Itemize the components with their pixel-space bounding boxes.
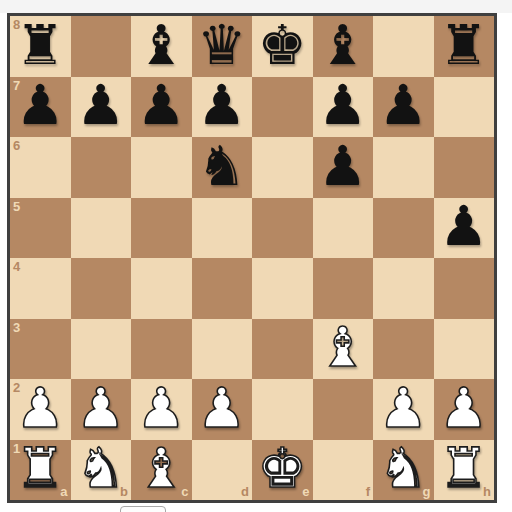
square-e3[interactable] <box>252 319 313 380</box>
square-a4[interactable]: 4 <box>10 258 71 319</box>
square-e1[interactable]: e♚ <box>252 440 313 501</box>
square-d2[interactable]: ♟ <box>192 379 253 440</box>
square-c5[interactable] <box>131 198 192 259</box>
piece-white-pawn-h2[interactable]: ♟ <box>439 381 488 436</box>
square-a1[interactable]: 1a♜ <box>10 440 71 501</box>
square-b5[interactable] <box>71 198 132 259</box>
square-b6[interactable] <box>71 137 132 198</box>
piece-black-rook-a8[interactable]: ♜ <box>16 18 65 73</box>
square-g1[interactable]: g♞ <box>373 440 434 501</box>
chess-board: 8♜♝♛♚♝♜7♟♟♟♟♟♟6♞♟5♟43♝2♟♟♟♟♟♟1a♜b♞c♝de♚f… <box>10 16 494 500</box>
square-b7[interactable]: ♟ <box>71 77 132 138</box>
piece-white-pawn-a2[interactable]: ♟ <box>16 381 65 436</box>
top-margin-strip <box>0 0 512 13</box>
square-b4[interactable] <box>71 258 132 319</box>
square-g3[interactable] <box>373 319 434 380</box>
square-f2[interactable] <box>313 379 374 440</box>
file-label-d: d <box>241 485 249 498</box>
square-d5[interactable] <box>192 198 253 259</box>
square-g4[interactable] <box>373 258 434 319</box>
piece-white-pawn-b2[interactable]: ♟ <box>76 381 125 436</box>
piece-black-pawn-f6[interactable]: ♟ <box>318 139 367 194</box>
rank-label-3: 3 <box>13 321 20 334</box>
square-h5[interactable]: ♟ <box>434 198 495 259</box>
square-b3[interactable] <box>71 319 132 380</box>
square-d1[interactable]: d <box>192 440 253 501</box>
square-e4[interactable] <box>252 258 313 319</box>
square-c2[interactable]: ♟ <box>131 379 192 440</box>
square-g7[interactable]: ♟ <box>373 77 434 138</box>
piece-white-bishop-c1[interactable]: ♝ <box>137 441 186 496</box>
rank-label-5: 5 <box>13 200 20 213</box>
square-g6[interactable] <box>373 137 434 198</box>
piece-black-bishop-c8[interactable]: ♝ <box>137 18 186 73</box>
square-e6[interactable] <box>252 137 313 198</box>
file-label-f: f <box>366 485 370 498</box>
square-b2[interactable]: ♟ <box>71 379 132 440</box>
square-a7[interactable]: 7♟ <box>10 77 71 138</box>
chess-board-frame: 8♜♝♛♚♝♜7♟♟♟♟♟♟6♞♟5♟43♝2♟♟♟♟♟♟1a♜b♞c♝de♚f… <box>7 13 497 503</box>
square-h4[interactable] <box>434 258 495 319</box>
square-d4[interactable] <box>192 258 253 319</box>
square-h2[interactable]: ♟ <box>434 379 495 440</box>
square-f4[interactable] <box>313 258 374 319</box>
piece-black-pawn-c7[interactable]: ♟ <box>137 78 186 133</box>
square-c6[interactable] <box>131 137 192 198</box>
square-a6[interactable]: 6 <box>10 137 71 198</box>
piece-white-rook-a1[interactable]: ♜ <box>16 441 65 496</box>
piece-white-knight-b1[interactable]: ♞ <box>76 441 125 496</box>
piece-white-bishop-f3[interactable]: ♝ <box>318 320 367 375</box>
square-e7[interactable] <box>252 77 313 138</box>
square-e5[interactable] <box>252 198 313 259</box>
square-d6[interactable]: ♞ <box>192 137 253 198</box>
square-c4[interactable] <box>131 258 192 319</box>
square-b1[interactable]: b♞ <box>71 440 132 501</box>
piece-white-king-e1[interactable]: ♚ <box>258 441 307 496</box>
piece-black-pawn-d7[interactable]: ♟ <box>197 78 246 133</box>
square-h3[interactable] <box>434 319 495 380</box>
square-a5[interactable]: 5 <box>10 198 71 259</box>
square-g8[interactable] <box>373 16 434 77</box>
square-f3[interactable]: ♝ <box>313 319 374 380</box>
square-d3[interactable] <box>192 319 253 380</box>
piece-black-king-e8[interactable]: ♚ <box>258 18 307 73</box>
square-c3[interactable] <box>131 319 192 380</box>
piece-black-pawn-g7[interactable]: ♟ <box>379 78 428 133</box>
piece-black-pawn-a7[interactable]: ♟ <box>16 78 65 133</box>
square-d8[interactable]: ♛ <box>192 16 253 77</box>
piece-black-bishop-f8[interactable]: ♝ <box>318 18 367 73</box>
square-g2[interactable]: ♟ <box>373 379 434 440</box>
piece-white-pawn-c2[interactable]: ♟ <box>137 381 186 436</box>
square-g5[interactable] <box>373 198 434 259</box>
piece-white-pawn-g2[interactable]: ♟ <box>379 381 428 436</box>
cutoff-button-below-board[interactable] <box>120 506 166 512</box>
square-a3[interactable]: 3 <box>10 319 71 380</box>
piece-white-rook-h1[interactable]: ♜ <box>439 441 488 496</box>
rank-label-6: 6 <box>13 139 20 152</box>
piece-black-pawn-h5[interactable]: ♟ <box>439 199 488 254</box>
piece-white-pawn-d2[interactable]: ♟ <box>197 381 246 436</box>
square-d7[interactable]: ♟ <box>192 77 253 138</box>
square-e2[interactable] <box>252 379 313 440</box>
square-c8[interactable]: ♝ <box>131 16 192 77</box>
piece-black-knight-d6[interactable]: ♞ <box>197 139 246 194</box>
square-h7[interactable] <box>434 77 495 138</box>
square-a2[interactable]: 2♟ <box>10 379 71 440</box>
square-a8[interactable]: 8♜ <box>10 16 71 77</box>
piece-black-rook-h8[interactable]: ♜ <box>439 18 488 73</box>
square-h8[interactable]: ♜ <box>434 16 495 77</box>
square-e8[interactable]: ♚ <box>252 16 313 77</box>
square-h1[interactable]: h♜ <box>434 440 495 501</box>
square-f7[interactable]: ♟ <box>313 77 374 138</box>
piece-black-pawn-b7[interactable]: ♟ <box>76 78 125 133</box>
square-c1[interactable]: c♝ <box>131 440 192 501</box>
square-f6[interactable]: ♟ <box>313 137 374 198</box>
piece-black-queen-d8[interactable]: ♛ <box>197 18 246 73</box>
rank-label-4: 4 <box>13 260 20 273</box>
square-c7[interactable]: ♟ <box>131 77 192 138</box>
square-f5[interactable] <box>313 198 374 259</box>
piece-white-knight-g1[interactable]: ♞ <box>379 441 428 496</box>
square-f1[interactable]: f <box>313 440 374 501</box>
square-h6[interactable] <box>434 137 495 198</box>
piece-black-pawn-f7[interactable]: ♟ <box>318 78 367 133</box>
square-b8[interactable] <box>71 16 132 77</box>
page: 8♜♝♛♚♝♜7♟♟♟♟♟♟6♞♟5♟43♝2♟♟♟♟♟♟1a♜b♞c♝de♚f… <box>0 0 512 512</box>
square-f8[interactable]: ♝ <box>313 16 374 77</box>
